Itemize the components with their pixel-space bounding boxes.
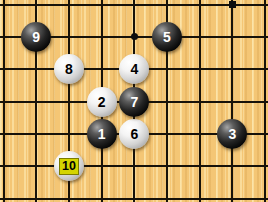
stone-black-9[interactable]: 9 — [21, 22, 51, 52]
move-number: 6 — [130, 127, 138, 141]
hoshi-dot — [131, 33, 138, 40]
move-number: 1 — [98, 127, 106, 141]
move-number: 9 — [32, 30, 40, 44]
stone-white-2[interactable]: 2 — [87, 87, 117, 117]
move-number: 8 — [65, 62, 73, 76]
stone-black-7[interactable]: 7 — [119, 87, 149, 117]
stone-white-4[interactable]: 4 — [119, 54, 149, 84]
move-number: 7 — [130, 95, 138, 109]
stone-white-6[interactable]: 6 — [119, 119, 149, 149]
stone-black-3[interactable]: 3 — [217, 119, 247, 149]
move-number: 4 — [130, 62, 138, 76]
move-number: 5 — [163, 30, 171, 44]
grid-line-h — [0, 165, 268, 167]
grid-line-h — [0, 198, 268, 200]
last-move-highlight: 10 — [59, 158, 79, 175]
stone-black-1[interactable]: 1 — [87, 119, 117, 149]
square-marker — [229, 1, 236, 8]
move-number: 3 — [228, 127, 236, 141]
stone-black-5[interactable]: 5 — [152, 22, 182, 52]
move-number: 2 — [98, 95, 106, 109]
stone-white-8[interactable]: 8 — [54, 54, 84, 84]
grid-line-h — [0, 4, 268, 6]
stone-white-10[interactable]: 10 — [54, 151, 84, 181]
go-board: 12345678910 — [0, 0, 268, 202]
